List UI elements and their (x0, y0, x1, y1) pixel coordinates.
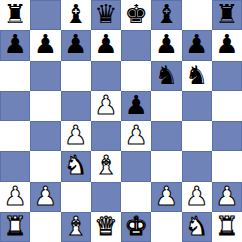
square-d5[interactable]: ♟ (91, 91, 121, 121)
piece-white-rook[interactable]: ♜ (3, 213, 26, 239)
square-h6[interactable] (212, 61, 242, 91)
piece-white-pawn[interactable]: ♟ (94, 92, 117, 118)
piece-white-king[interactable]: ♚ (124, 213, 147, 239)
square-a2[interactable]: ♟ (0, 182, 30, 212)
square-e3[interactable] (121, 151, 151, 181)
square-b4[interactable] (30, 121, 60, 151)
square-c7[interactable]: ♟ (61, 30, 91, 60)
piece-black-king[interactable]: ♚ (124, 1, 147, 27)
piece-white-rook[interactable]: ♜ (215, 213, 238, 239)
square-c8[interactable]: ♝ (61, 0, 91, 30)
square-a1[interactable]: ♜ (0, 212, 30, 242)
square-e8[interactable]: ♚ (121, 0, 151, 30)
piece-black-knight[interactable]: ♞ (155, 62, 178, 88)
square-d7[interactable]: ♟ (91, 30, 121, 60)
square-b7[interactable]: ♟ (30, 30, 60, 60)
piece-white-knight[interactable]: ♞ (185, 213, 208, 239)
piece-black-pawn[interactable]: ♟ (3, 31, 26, 57)
square-b2[interactable]: ♟ (30, 182, 60, 212)
square-b3[interactable] (30, 151, 60, 181)
square-c1[interactable]: ♝ (61, 212, 91, 242)
square-f1[interactable] (151, 212, 181, 242)
square-a5[interactable] (0, 91, 30, 121)
square-h1[interactable]: ♜ (212, 212, 242, 242)
square-f5[interactable] (151, 91, 181, 121)
piece-black-bishop[interactable]: ♝ (155, 1, 178, 27)
square-f6[interactable]: ♞ (151, 61, 181, 91)
square-d4[interactable] (91, 121, 121, 151)
square-b1[interactable] (30, 212, 60, 242)
square-e7[interactable] (121, 30, 151, 60)
square-e1[interactable]: ♚ (121, 212, 151, 242)
square-b8[interactable] (30, 0, 60, 30)
piece-black-knight[interactable]: ♞ (185, 62, 208, 88)
square-g4[interactable] (182, 121, 212, 151)
square-d1[interactable]: ♛ (91, 212, 121, 242)
piece-white-pawn[interactable]: ♟ (185, 183, 208, 209)
square-f4[interactable] (151, 121, 181, 151)
square-f8[interactable]: ♝ (151, 0, 181, 30)
square-g2[interactable]: ♟ (182, 182, 212, 212)
square-h8[interactable]: ♜ (212, 0, 242, 30)
piece-white-pawn[interactable]: ♟ (155, 183, 178, 209)
piece-white-pawn[interactable]: ♟ (215, 183, 238, 209)
square-g6[interactable]: ♞ (182, 61, 212, 91)
square-c5[interactable] (61, 91, 91, 121)
square-a4[interactable] (0, 121, 30, 151)
square-e2[interactable] (121, 182, 151, 212)
square-a6[interactable] (0, 61, 30, 91)
square-b6[interactable] (30, 61, 60, 91)
piece-black-pawn[interactable]: ♟ (215, 31, 238, 57)
piece-white-pawn[interactable]: ♟ (3, 183, 26, 209)
square-d8[interactable]: ♛ (91, 0, 121, 30)
square-a3[interactable] (0, 151, 30, 181)
square-d3[interactable]: ♝ (91, 151, 121, 181)
piece-white-pawn[interactable]: ♟ (64, 122, 87, 148)
square-h7[interactable]: ♟ (212, 30, 242, 60)
square-h2[interactable]: ♟ (212, 182, 242, 212)
square-d2[interactable] (91, 182, 121, 212)
square-a8[interactable]: ♜ (0, 0, 30, 30)
square-f7[interactable]: ♟ (151, 30, 181, 60)
square-e5[interactable]: ♟ (121, 91, 151, 121)
square-e6[interactable] (121, 61, 151, 91)
square-g3[interactable] (182, 151, 212, 181)
square-g8[interactable] (182, 0, 212, 30)
piece-black-rook[interactable]: ♜ (215, 1, 238, 27)
square-c3[interactable]: ♞ (61, 151, 91, 181)
piece-black-bishop[interactable]: ♝ (64, 1, 87, 27)
square-g5[interactable] (182, 91, 212, 121)
square-c2[interactable] (61, 182, 91, 212)
piece-white-pawn[interactable]: ♟ (34, 183, 57, 209)
square-h3[interactable] (212, 151, 242, 181)
piece-white-knight[interactable]: ♞ (64, 152, 87, 178)
piece-black-rook[interactable]: ♜ (3, 1, 26, 27)
square-f3[interactable] (151, 151, 181, 181)
square-h4[interactable] (212, 121, 242, 151)
square-h5[interactable] (212, 91, 242, 121)
square-e4[interactable]: ♟ (121, 121, 151, 151)
square-f2[interactable]: ♟ (151, 182, 181, 212)
piece-black-pawn[interactable]: ♟ (34, 31, 57, 57)
square-b5[interactable] (30, 91, 60, 121)
piece-white-queen[interactable]: ♛ (94, 213, 117, 239)
piece-black-pawn[interactable]: ♟ (124, 92, 147, 118)
piece-white-bishop[interactable]: ♝ (64, 213, 87, 239)
square-g1[interactable]: ♞ (182, 212, 212, 242)
square-g7[interactable]: ♟ (182, 30, 212, 60)
square-c6[interactable] (61, 61, 91, 91)
chess-board-container: ♜♝♛♚♝♜♟♟♟♟♟♟♟♞♞♟♟♟♟♞♝♟♟♟♟♟♜♝♛♚♞♜ (0, 0, 242, 242)
piece-white-bishop[interactable]: ♝ (94, 152, 117, 178)
piece-black-queen[interactable]: ♛ (94, 1, 117, 27)
piece-black-pawn[interactable]: ♟ (94, 31, 117, 57)
square-c4[interactable]: ♟ (61, 121, 91, 151)
chess-board: ♜♝♛♚♝♜♟♟♟♟♟♟♟♞♞♟♟♟♟♞♝♟♟♟♟♟♜♝♛♚♞♜ (0, 0, 242, 242)
square-d6[interactable] (91, 61, 121, 91)
piece-white-pawn[interactable]: ♟ (124, 122, 147, 148)
square-a7[interactable]: ♟ (0, 30, 30, 60)
piece-black-pawn[interactable]: ♟ (64, 31, 87, 57)
piece-black-pawn[interactable]: ♟ (185, 31, 208, 57)
piece-black-pawn[interactable]: ♟ (155, 31, 178, 57)
